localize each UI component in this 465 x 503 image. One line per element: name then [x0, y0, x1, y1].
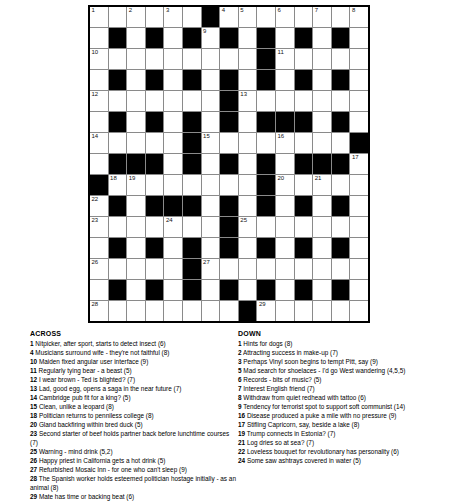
cell-number: 21 [315, 175, 322, 182]
cell-number: 18 [110, 175, 117, 182]
grid-cell[interactable] [202, 154, 220, 174]
grid-cell[interactable] [313, 217, 331, 237]
clue-text: Hints for dogs (8) [243, 340, 292, 347]
grid-cell[interactable]: 21 [313, 175, 331, 195]
grid-cell[interactable] [202, 175, 220, 195]
grid-cell[interactable] [332, 217, 350, 237]
grid-cell[interactable] [257, 133, 275, 153]
cell-number: 15 [203, 133, 210, 140]
grid-cell[interactable] [183, 49, 201, 69]
clue-down-2: 2 Attracting success in make-up (7) [238, 348, 460, 357]
grid-cell[interactable]: 11 [276, 49, 294, 69]
clue-down-24: 24 Some saw ashtrays covered in water (5… [238, 456, 460, 465]
grid-cell[interactable] [183, 301, 201, 321]
grid-cell[interactable]: 24 [164, 217, 182, 237]
grid-cell[interactable] [276, 154, 294, 174]
grid-cell[interactable]: 13 [239, 91, 257, 111]
grid-cell[interactable] [164, 70, 182, 90]
grid-cell[interactable] [220, 49, 238, 69]
clue-text: Withdraw from quiet redhead with tattoo … [243, 394, 366, 401]
grid-cell-black [257, 70, 275, 90]
cell-number: 9 [203, 28, 206, 35]
clue-across-1: 1 Nitpicker, after sport, starts to dete… [30, 339, 237, 348]
grid-cell-black [183, 259, 201, 279]
grid-cell-black [183, 112, 201, 132]
grid-cell[interactable] [90, 70, 108, 90]
clue-text: Mate has time or backing beat (6) [39, 493, 134, 500]
grid-cell-black [183, 238, 201, 258]
grid-cell[interactable]: 7 [313, 7, 331, 27]
grid-cell[interactable] [164, 301, 182, 321]
grid-cell-black [146, 280, 164, 300]
grid-cell[interactable]: 29 [257, 301, 275, 321]
grid-cell[interactable] [127, 238, 145, 258]
cell-number: 7 [315, 7, 318, 14]
clue-number: 27 [30, 466, 37, 473]
grid-cell[interactable] [276, 70, 294, 90]
grid-cell[interactable] [146, 49, 164, 69]
grid-cell-black [295, 280, 313, 300]
clue-across-25: 25 Warning - mind drink (5,2) [30, 447, 237, 456]
grid-cell[interactable] [164, 49, 182, 69]
grid-cell[interactable]: 26 [90, 259, 108, 279]
grid-cell-black [183, 133, 201, 153]
clue-down-1: 1 Hints for dogs (8) [238, 339, 460, 348]
grid-cell[interactable]: 22 [90, 196, 108, 216]
grid-cell[interactable] [313, 196, 331, 216]
grid-cell[interactable] [109, 301, 127, 321]
clue-text: Musicians surround wife - they're not fa… [35, 349, 169, 356]
grid-cell[interactable] [202, 196, 220, 216]
grid-cell[interactable] [313, 238, 331, 258]
grid-cell[interactable] [276, 238, 294, 258]
cell-number: 24 [166, 217, 173, 224]
clue-down-9: 9 Tendency for terrorist spot to support… [238, 402, 460, 411]
grid-cell-black [146, 196, 164, 216]
grid-cell[interactable] [313, 49, 331, 69]
grid-cell[interactable] [276, 91, 294, 111]
grid-cell[interactable] [276, 196, 294, 216]
grid-cell[interactable] [109, 259, 127, 279]
cell-number: 29 [259, 301, 266, 308]
grid-cell-black [220, 28, 238, 48]
grid-cell[interactable] [239, 175, 257, 195]
grid-cell-black [332, 70, 350, 90]
grid-cell-black [183, 154, 201, 174]
grid-cell[interactable] [239, 259, 257, 279]
grid-cell-black [295, 70, 313, 90]
grid-cell-black [257, 28, 275, 48]
grid-cell[interactable] [332, 301, 350, 321]
clue-number: 11 [30, 367, 37, 374]
grid-cell[interactable] [295, 7, 313, 27]
clue-text: Loveless bouquet for revolutionary has p… [247, 448, 399, 455]
clue-number: 1 [238, 340, 242, 347]
grid-cell[interactable] [127, 133, 145, 153]
grid-cell-black [295, 196, 313, 216]
clue-across-10: 10 Maiden fixed angular user interface (… [30, 357, 237, 366]
cell-number: 25 [240, 217, 247, 224]
cell-number: 1 [92, 7, 95, 14]
grid-cell[interactable]: 28 [90, 301, 108, 321]
grid-cell[interactable] [350, 196, 368, 216]
clue-across-18: 18 Politician returns to penniless colle… [30, 411, 237, 420]
clue-down-6: 6 Records - bits of music? (5) [238, 375, 460, 384]
grid-cell[interactable]: 15 [202, 133, 220, 153]
grid-cell[interactable] [90, 28, 108, 48]
clue-text: Happy priest in California gets a hot dr… [39, 457, 165, 464]
grid-cell[interactable] [239, 196, 257, 216]
grid-cell-black [164, 196, 182, 216]
grid-cell[interactable] [276, 280, 294, 300]
grid-cell[interactable] [332, 133, 350, 153]
grid-cell[interactable]: 27 [202, 259, 220, 279]
cell-number: 26 [92, 259, 99, 266]
grid-cell-black [220, 238, 238, 258]
grid-cell[interactable] [239, 28, 257, 48]
grid-cell[interactable] [257, 217, 275, 237]
clue-number: 13 [30, 385, 37, 392]
grid-cell[interactable] [146, 259, 164, 279]
grid-cell-black [109, 154, 127, 174]
grid-cell-black [220, 280, 238, 300]
clue-across-29: 29 Mate has time or backing beat (6) [30, 492, 237, 501]
grid-cell[interactable] [146, 175, 164, 195]
grid-cell[interactable] [164, 175, 182, 195]
grid-cell[interactable] [332, 259, 350, 279]
grid-cell[interactable] [127, 112, 145, 132]
grid-cell[interactable] [313, 28, 331, 48]
grid-cell[interactable] [146, 133, 164, 153]
clue-number: 4 [30, 349, 34, 356]
grid-cell[interactable] [164, 259, 182, 279]
grid-cell[interactable] [332, 7, 350, 27]
grid-cell[interactable] [220, 133, 238, 153]
clue-across-12: 12 I wear brown - Ted is blighted? (7) [30, 375, 237, 384]
grid-cell[interactable] [146, 7, 164, 27]
grid-cell-black [257, 196, 275, 216]
grid-cell[interactable]: 8 [350, 7, 368, 27]
grid-cell[interactable] [202, 280, 220, 300]
grid-cell[interactable]: 2 [127, 7, 145, 27]
grid-cell[interactable] [220, 175, 238, 195]
clue-down-7: 7 Interest English friend (7) [238, 384, 460, 393]
grid-cell-black [109, 70, 127, 90]
down-clue-list: 1 Hints for dogs (8)2 Attracting success… [238, 339, 460, 465]
grid-cell[interactable] [313, 259, 331, 279]
clue-text: Stifling Capricorn, say, beside a lake (… [247, 421, 359, 428]
grid-cell-black [257, 49, 275, 69]
cell-number: 12 [92, 91, 99, 98]
grid-cell[interactable] [295, 133, 313, 153]
grid-cell[interactable] [276, 217, 294, 237]
grid-cell-black [220, 217, 238, 237]
grid-cell[interactable] [313, 91, 331, 111]
grid-cell[interactable] [202, 70, 220, 90]
grid-cell[interactable] [239, 154, 257, 174]
clue-number: 20 [30, 421, 37, 428]
grid-cell[interactable]: 19 [127, 175, 145, 195]
clue-text: Trump connects in Estonia? (7) [247, 430, 336, 437]
grid-cell[interactable]: 23 [90, 217, 108, 237]
cell-number: 8 [352, 7, 355, 14]
grid-cell-black [257, 154, 275, 174]
grid-cell[interactable] [164, 133, 182, 153]
grid-cell[interactable] [109, 49, 127, 69]
grid-cell-black [146, 154, 164, 174]
grid-cell[interactable] [239, 133, 257, 153]
grid-cell[interactable] [313, 70, 331, 90]
grid-cell-black [127, 154, 145, 174]
grid-cell[interactable] [127, 280, 145, 300]
grid-cell[interactable] [127, 301, 145, 321]
grid-cell[interactable]: 10 [90, 49, 108, 69]
grid-cell[interactable] [295, 49, 313, 69]
clue-number: 29 [30, 493, 37, 500]
grid-cell[interactable] [239, 238, 257, 258]
grid-cell[interactable] [146, 217, 164, 237]
grid-cell[interactable] [295, 259, 313, 279]
grid-cell[interactable] [276, 259, 294, 279]
grid-cell[interactable] [127, 70, 145, 90]
clue-text: Nitpicker, after sport, starts to detect… [35, 340, 165, 347]
grid-cell[interactable] [350, 301, 368, 321]
grid-cell-black [295, 28, 313, 48]
clue-text: Regularly tying bear - a beast (5) [39, 367, 132, 374]
grid-cell-black [276, 112, 294, 132]
grid-cell[interactable]: 18 [109, 175, 127, 195]
grid-cell[interactable] [202, 91, 220, 111]
down-clues: DOWN 1 Hints for dogs (8)2 Attracting su… [238, 330, 460, 465]
grid-cell[interactable] [350, 112, 368, 132]
grid-cell[interactable] [202, 217, 220, 237]
clue-across-4: 4 Musicians surround wife - they're not … [30, 348, 237, 357]
grid-cell[interactable]: 17 [350, 154, 368, 174]
grid-cell[interactable]: 6 [276, 7, 294, 27]
grid-cell-black [220, 91, 238, 111]
cell-number: 13 [240, 91, 247, 98]
grid-cell[interactable] [239, 112, 257, 132]
clue-text: The Spanish worker holds esteemed politi… [30, 475, 236, 491]
grid-cell[interactable] [202, 49, 220, 69]
down-header: DOWN [238, 330, 460, 337]
clue-down-19: 19 Trump connects in Estonia? (7) [238, 429, 460, 438]
clue-number: 6 [238, 376, 242, 383]
grid-cell[interactable] [164, 28, 182, 48]
clue-text: Clean, unlike a leopard (8) [39, 403, 114, 410]
grid-cell[interactable] [183, 175, 201, 195]
clue-text: Gland backfiring within bred duck (5) [39, 421, 143, 428]
clue-number: 26 [30, 457, 37, 464]
grid-cell[interactable]: 25 [239, 217, 257, 237]
grid-cell[interactable] [350, 259, 368, 279]
grid-cell[interactable] [164, 154, 182, 174]
grid-cell-black [220, 112, 238, 132]
grid-cell-black [109, 28, 127, 48]
grid-cell[interactable]: 12 [90, 91, 108, 111]
grid-cell-black [220, 70, 238, 90]
grid-cell[interactable] [164, 91, 182, 111]
grid-cell-black [183, 70, 201, 90]
grid-cell[interactable] [332, 175, 350, 195]
grid-cell[interactable] [202, 238, 220, 258]
grid-cell[interactable] [350, 238, 368, 258]
grid-cell-black [146, 70, 164, 90]
clue-across-11: 11 Regularly tying bear - a beast (5) [30, 366, 237, 375]
clue-text: Politician returns to penniless college … [39, 412, 154, 419]
cell-number: 23 [92, 217, 99, 224]
cell-number: 3 [166, 7, 169, 14]
grid-cell[interactable] [239, 49, 257, 69]
grid-cell[interactable] [183, 7, 201, 27]
grid-cell[interactable] [220, 301, 238, 321]
grid-cell[interactable] [350, 91, 368, 111]
clue-down-3: 3 Perhaps Vinyl soon begins to tempt Pit… [238, 357, 460, 366]
grid-cell[interactable] [90, 154, 108, 174]
grid-cell[interactable]: 3 [164, 7, 182, 27]
grid-cell[interactable]: 9 [202, 28, 220, 48]
clue-text: Records - bits of music? (5) [243, 376, 321, 383]
clue-number: 14 [30, 394, 37, 401]
clue-across-26: 26 Happy priest in California gets a hot… [30, 456, 237, 465]
grid-cell[interactable]: 5 [239, 7, 257, 27]
grid-cell-black [109, 280, 127, 300]
clue-text: Lad, good egg, opens a saga in the near … [39, 385, 181, 392]
grid-cell-black [109, 112, 127, 132]
grid-cell[interactable]: 14 [90, 133, 108, 153]
grid-cell[interactable] [164, 112, 182, 132]
grid-cell[interactable] [109, 91, 127, 111]
grid-cell-black [202, 7, 220, 27]
grid-cell[interactable] [313, 133, 331, 153]
clue-down-21: 21 Log dries so at sea? (7) [238, 438, 460, 447]
grid-cell[interactable] [127, 49, 145, 69]
grid-cell[interactable] [257, 259, 275, 279]
grid-cell[interactable] [295, 175, 313, 195]
grid-cell[interactable] [164, 280, 182, 300]
grid-cell-black [239, 301, 257, 321]
grid-cell[interactable] [164, 238, 182, 258]
grid-cell[interactable] [332, 91, 350, 111]
clue-across-23: 23 Second starter of beef holds partner … [30, 429, 237, 447]
grid-cell[interactable] [313, 112, 331, 132]
grid-cell[interactable] [90, 280, 108, 300]
clue-text: Mad search for shoelaces - I'd go West w… [243, 367, 405, 374]
cell-number: 22 [92, 196, 99, 203]
grid-cell[interactable] [257, 91, 275, 111]
clue-number: 8 [238, 394, 242, 401]
grid-cell[interactable] [90, 238, 108, 258]
grid-cell[interactable] [295, 217, 313, 237]
cell-number: 28 [92, 301, 99, 308]
clue-number: 25 [30, 448, 37, 455]
grid-cell-black [257, 238, 275, 258]
grid-cell-black [183, 196, 201, 216]
grid-cell-black [146, 28, 164, 48]
clue-text: Maiden fixed angular user interface (9) [39, 358, 148, 365]
grid-cell[interactable] [109, 217, 127, 237]
grid-cell[interactable] [239, 280, 257, 300]
grid-cell[interactable] [146, 301, 164, 321]
grid-cell[interactable] [313, 280, 331, 300]
cell-number: 11 [278, 49, 284, 56]
grid-cell[interactable]: 4 [220, 7, 238, 27]
clue-number: 28 [30, 475, 37, 482]
grid-cell[interactable]: 20 [276, 175, 294, 195]
clue-down-5: 5 Mad search for shoelaces - I'd go West… [238, 366, 460, 375]
grid-cell[interactable] [109, 7, 127, 27]
clue-number: 12 [30, 376, 37, 383]
grid-cell[interactable] [90, 112, 108, 132]
clue-number: 19 [238, 430, 245, 437]
across-clues: ACROSS 1 Nitpicker, after sport, starts … [30, 330, 237, 501]
grid-cell[interactable] [183, 91, 201, 111]
grid-cell[interactable]: 16 [276, 133, 294, 153]
grid-cell[interactable] [146, 91, 164, 111]
clue-number: 24 [238, 457, 245, 464]
cell-number: 16 [278, 133, 285, 140]
clue-across-28: 28 The Spanish worker holds esteemed pol… [30, 474, 237, 492]
grid-cell[interactable] [276, 301, 294, 321]
grid-cell[interactable] [183, 217, 201, 237]
grid-cell[interactable] [350, 49, 368, 69]
cell-number: 10 [92, 49, 99, 56]
grid-cell[interactable] [313, 301, 331, 321]
clue-number: 23 [30, 430, 37, 437]
grid-cell-black [183, 28, 201, 48]
grid-cell[interactable]: 1 [90, 7, 108, 27]
grid-cell[interactable] [127, 28, 145, 48]
grid-cell[interactable] [350, 217, 368, 237]
cell-number: 6 [278, 7, 281, 14]
across-header: ACROSS [30, 330, 237, 337]
grid-cell[interactable] [295, 301, 313, 321]
grid-cell[interactable] [295, 91, 313, 111]
grid-cell[interactable] [350, 280, 368, 300]
grid-cell-black [220, 154, 238, 174]
grid-cell[interactable] [276, 28, 294, 48]
cell-number: 4 [222, 7, 225, 14]
clue-text: Second starter of beef holds partner bac… [30, 430, 229, 446]
clue-across-13: 13 Lad, good egg, opens a saga in the ne… [30, 384, 237, 393]
clue-text: I wear brown - Ted is blighted? (7) [39, 376, 135, 383]
grid-cell[interactable] [350, 28, 368, 48]
crossword-grid: 1234567891011121314151617181920212223242… [88, 5, 370, 323]
grid-cell[interactable] [257, 7, 275, 27]
cell-number: 5 [240, 7, 243, 14]
grid-cell[interactable] [127, 196, 145, 216]
grid-cell-black [295, 112, 313, 132]
grid-cell[interactable] [109, 133, 127, 153]
cell-number: 20 [278, 175, 285, 182]
grid-cell[interactable] [127, 91, 145, 111]
grid-cell-black [109, 196, 127, 216]
grid-cell[interactable] [332, 49, 350, 69]
grid-cell[interactable] [220, 259, 238, 279]
grid-cell-black [313, 154, 331, 174]
grid-cell[interactable] [202, 301, 220, 321]
clue-number: 17 [238, 421, 245, 428]
grid-cell[interactable] [239, 70, 257, 90]
grid-cell[interactable] [350, 70, 368, 90]
grid-cell-black [220, 196, 238, 216]
grid-cell[interactable] [202, 112, 220, 132]
grid-cell[interactable] [127, 217, 145, 237]
grid-cell[interactable] [127, 259, 145, 279]
clue-down-16: 16 Disease produced a puke a mile with n… [238, 411, 460, 420]
clue-number: 7 [238, 385, 242, 392]
grid-cell[interactable] [350, 175, 368, 195]
